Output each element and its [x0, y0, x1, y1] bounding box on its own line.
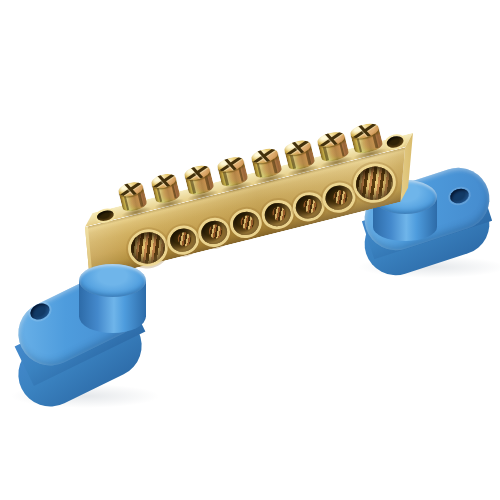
terminal-screw [283, 138, 317, 174]
terminal-screw [249, 146, 282, 182]
terminal-screw [349, 121, 384, 157]
terminal-screw [316, 130, 350, 166]
product-photo [0, 0, 500, 500]
terminal-screw [216, 155, 249, 191]
left-stand-pedestal-top [79, 264, 146, 297]
